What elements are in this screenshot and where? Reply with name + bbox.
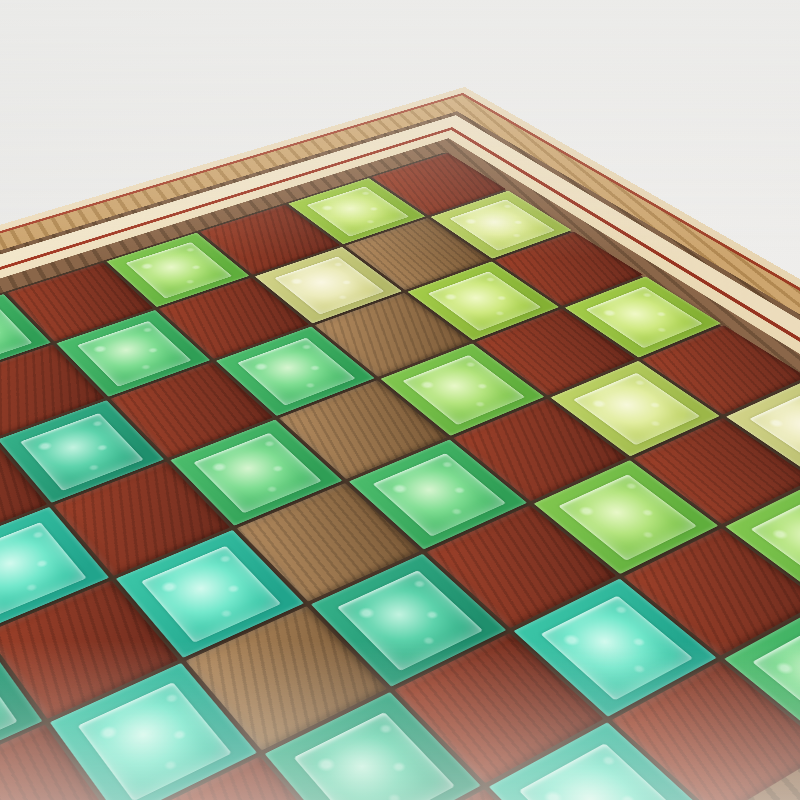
frame-strip-walnut-inner xyxy=(0,138,800,800)
frame-strip-maple-outer xyxy=(0,87,800,800)
chessboard-photo xyxy=(0,87,800,800)
frame-strip-walnut-line xyxy=(0,111,800,800)
frame-strip-maple-cream xyxy=(0,115,800,800)
frame-strip-maple xyxy=(0,130,800,800)
photo-stage xyxy=(0,0,800,800)
board-frame xyxy=(0,87,800,800)
board-grid xyxy=(0,153,800,800)
frame-strip-oak xyxy=(0,95,800,800)
frame-strip-padauk-line-outer xyxy=(0,93,800,800)
frame-strip-padauk-line xyxy=(0,127,800,800)
